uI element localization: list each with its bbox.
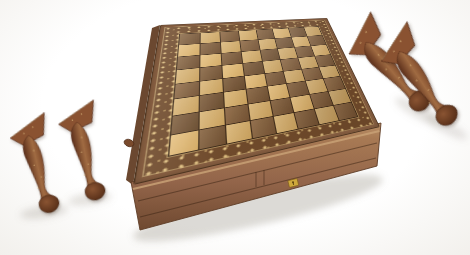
board-grid	[168, 26, 359, 157]
board-square	[178, 44, 199, 57]
board-square	[226, 121, 252, 143]
board-square	[311, 45, 330, 56]
table-leg-left-inner	[55, 100, 112, 204]
board-square	[169, 131, 198, 156]
board-square	[220, 31, 239, 42]
board-square	[250, 117, 275, 138]
board-square	[292, 36, 310, 46]
board-square	[260, 49, 280, 61]
board-square	[240, 40, 259, 51]
photo-background	[0, 0, 470, 255]
board-square	[275, 38, 294, 49]
board-square	[200, 54, 221, 68]
board-square	[199, 126, 225, 150]
table-leg-left-outer	[6, 113, 66, 218]
board-square	[273, 113, 298, 133]
table-leg-right-outer	[371, 22, 467, 137]
board-square	[244, 74, 266, 89]
board-square	[281, 58, 301, 71]
